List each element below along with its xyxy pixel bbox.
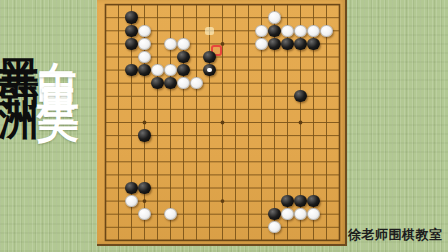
white-stone xyxy=(164,208,176,220)
white-stone xyxy=(294,208,306,220)
board-grid-area xyxy=(99,0,346,247)
black-stone xyxy=(164,77,176,89)
white-stone xyxy=(164,64,176,76)
black-stone xyxy=(294,195,306,207)
black-stone xyxy=(294,38,306,50)
board-grid xyxy=(99,0,346,247)
white-player-name: 王星昊 xyxy=(34,41,83,80)
white-player-label: 白王星昊 xyxy=(37,28,79,80)
black-stone xyxy=(281,38,293,50)
last-move-dot xyxy=(207,68,212,73)
white-stone xyxy=(255,25,267,37)
black-stone xyxy=(177,51,189,63)
black-stone xyxy=(125,25,137,37)
white-stone xyxy=(138,208,150,220)
white-stone xyxy=(164,38,176,50)
black-stone xyxy=(307,195,319,207)
white-stone xyxy=(177,77,189,89)
black-stone xyxy=(125,11,137,23)
black-stone xyxy=(268,208,280,220)
white-stone xyxy=(294,25,306,37)
black-stone xyxy=(138,64,150,76)
white-color-label: 白 xyxy=(34,28,83,41)
watermark-text: 徐老师围棋教室 xyxy=(348,226,443,244)
go-board[interactable] xyxy=(97,0,347,246)
black-stone xyxy=(281,195,293,207)
white-stone xyxy=(190,77,202,89)
white-stone xyxy=(307,208,319,220)
black-stone xyxy=(138,182,150,194)
black-stone xyxy=(125,64,137,76)
black-stone xyxy=(203,51,215,63)
black-stone xyxy=(294,90,306,102)
white-stone xyxy=(320,25,332,37)
white-stone xyxy=(125,195,137,207)
white-stone xyxy=(307,25,319,37)
go-broadcast-thumbnail: 黑韩一洲 白王星昊 徐老师围棋教室 xyxy=(0,0,448,252)
black-stone xyxy=(138,129,150,141)
white-stone xyxy=(268,221,280,233)
white-stone xyxy=(255,38,267,50)
white-stone xyxy=(138,38,150,50)
black-stone xyxy=(268,38,280,50)
black-stone xyxy=(307,38,319,50)
white-stone xyxy=(281,208,293,220)
white-stone xyxy=(281,25,293,37)
white-stone xyxy=(151,64,163,76)
white-stone xyxy=(177,38,189,50)
black-stone xyxy=(177,64,189,76)
black-stone xyxy=(125,182,137,194)
white-stone xyxy=(138,51,150,63)
black-stone xyxy=(151,77,163,89)
black-stone xyxy=(125,38,137,50)
ghost-highlight xyxy=(205,27,214,36)
white-stone xyxy=(268,11,280,23)
black-stone xyxy=(268,25,280,37)
white-stone xyxy=(138,25,150,37)
